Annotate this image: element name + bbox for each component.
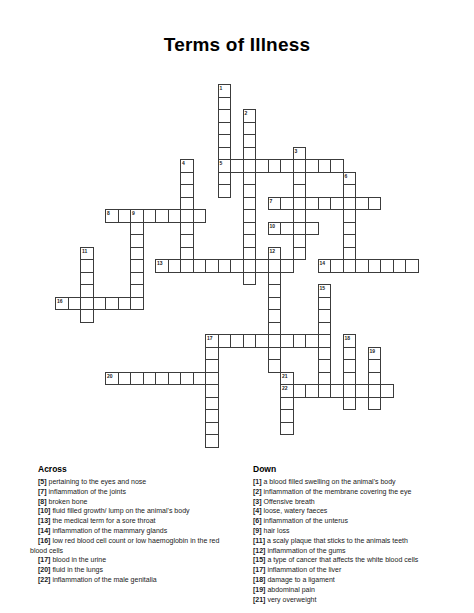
grid-cell[interactable] (343, 222, 357, 236)
grid-cell[interactable] (305, 334, 319, 348)
grid-cell[interactable] (180, 184, 194, 198)
grid-cell[interactable] (318, 384, 332, 398)
grid-cell[interactable] (118, 372, 132, 386)
grid-cell[interactable] (168, 209, 182, 223)
grid-cell[interactable] (118, 297, 132, 311)
grid-cell[interactable] (218, 97, 232, 111)
grid-cell[interactable]: 21 (280, 372, 294, 386)
grid-cell[interactable] (80, 309, 94, 323)
grid-cell[interactable] (343, 197, 357, 211)
grid-cell[interactable] (380, 384, 394, 398)
grid-cell[interactable] (280, 334, 294, 348)
grid-cell[interactable] (193, 372, 207, 386)
grid-cell[interactable] (130, 247, 144, 261)
grid-cell[interactable] (205, 422, 219, 436)
grid-cell[interactable] (230, 259, 244, 273)
grid-cell[interactable] (143, 372, 157, 386)
grid-cell[interactable]: 14 (318, 259, 332, 273)
grid-cell[interactable]: 16 (55, 297, 69, 311)
grid-cell[interactable] (368, 384, 382, 398)
grid-cell[interactable] (355, 259, 369, 273)
grid-cell[interactable] (355, 384, 369, 398)
clue-number-label: 19 (370, 348, 376, 354)
clue-item: [1] a blood filled swelling on the anima… (245, 477, 471, 487)
clue-number: [8] (38, 498, 47, 505)
grid-cell[interactable] (330, 384, 344, 398)
grid-cell[interactable] (243, 172, 257, 186)
grid-cell[interactable] (268, 322, 282, 336)
grid-cell[interactable] (318, 159, 332, 173)
grid-cell[interactable] (318, 347, 332, 361)
grid-cell[interactable] (293, 334, 307, 348)
down-header: Down (253, 464, 471, 474)
grid-cell[interactable] (343, 359, 357, 373)
grid-cell[interactable] (318, 372, 332, 386)
clue-number-label: 21 (282, 373, 288, 379)
grid-cell[interactable] (268, 284, 282, 298)
grid-cell[interactable] (218, 109, 232, 123)
grid-cell[interactable] (343, 234, 357, 248)
clue-number-label: 18 (345, 335, 351, 341)
grid-cell[interactable] (330, 159, 344, 173)
clue-number-label: 15 (320, 285, 326, 291)
grid-cell[interactable] (80, 272, 94, 286)
clue-item: [17] inflammation of the liver (245, 565, 471, 575)
grid-cell[interactable] (130, 222, 144, 236)
grid-cell[interactable] (180, 259, 194, 273)
grid-cell[interactable]: 8 (105, 209, 119, 223)
grid-cell[interactable] (205, 434, 219, 448)
grid-cell[interactable] (305, 197, 319, 211)
grid-cell[interactable]: 3 (293, 147, 307, 161)
clue-number-label: 4 (182, 160, 185, 166)
crossword-grid: 12345678910111213141516171819202122 (55, 84, 419, 448)
clue-number: [7] (38, 488, 47, 495)
grid-cell[interactable] (268, 347, 282, 361)
clue-item: [4] loose, watery faeces (245, 506, 471, 516)
grid-cell[interactable]: 12 (268, 247, 282, 261)
grid-cell[interactable] (280, 409, 294, 423)
grid-cell[interactable] (243, 272, 257, 286)
grid-cell[interactable] (293, 209, 307, 223)
grid-cell[interactable]: 9 (130, 209, 144, 223)
grid-cell[interactable] (268, 272, 282, 286)
clue-number: [17] (253, 566, 265, 573)
grid-cell[interactable] (205, 409, 219, 423)
clue-number: [12] (253, 547, 265, 554)
clue-number-label: 9 (132, 210, 135, 216)
grid-cell[interactable] (268, 259, 282, 273)
clue-number: [17] (38, 556, 50, 563)
grid-cell[interactable]: 17 (205, 334, 219, 348)
grid-cell[interactable] (130, 234, 144, 248)
clue-item: [6] inflammation of the unterus (245, 516, 471, 526)
grid-cell[interactable] (343, 259, 357, 273)
grid-cell[interactable] (343, 347, 357, 361)
clue-number-label: 8 (107, 210, 110, 216)
grid-cell[interactable] (380, 259, 394, 273)
clue-item: [21] very overweight (245, 595, 471, 605)
clue-number: [14] (38, 527, 50, 534)
grid-cell[interactable] (255, 159, 269, 173)
clue-number-label: 6 (345, 173, 348, 179)
grid-cell[interactable] (243, 334, 257, 348)
clue-item: [18] damage to a ligament (245, 575, 471, 585)
clue-item: [8] broken bone (30, 497, 234, 507)
clue-number-label: 3 (295, 148, 298, 154)
grid-cell[interactable] (143, 209, 157, 223)
grid-cell[interactable]: 5 (218, 159, 232, 173)
clue-number: [19] (253, 586, 265, 593)
grid-cell[interactable] (130, 297, 144, 311)
grid-cell[interactable]: 4 (180, 159, 194, 173)
clue-number: [1] (253, 478, 262, 485)
grid-cell[interactable] (268, 297, 282, 311)
clue-number-label: 10 (270, 223, 276, 229)
grid-cell[interactable] (293, 172, 307, 186)
grid-cell[interactable] (218, 172, 232, 186)
grid-cell[interactable] (243, 184, 257, 198)
clue-number: [10] (38, 507, 50, 514)
grid-cell[interactable] (155, 209, 169, 223)
grid-cell[interactable] (205, 372, 219, 386)
grid-cell[interactable] (230, 159, 244, 173)
grid-cell[interactable] (205, 259, 219, 273)
clue-number: [21] (253, 596, 265, 603)
clue-item: [14] inflammation of the mammary glands (30, 526, 234, 536)
clue-number: [4] (253, 507, 262, 514)
clue-number-label: 5 (220, 160, 223, 166)
clue-number-label: 22 (282, 385, 288, 391)
clue-item: [3] Offensive breath (245, 497, 471, 507)
clue-number: [5] (38, 478, 47, 485)
grid-cell[interactable] (293, 384, 307, 398)
grid-cell[interactable] (180, 372, 194, 386)
across-clues-list: [5] pertaining to the eyes and nose[7] i… (30, 477, 234, 585)
grid-cell[interactable] (243, 209, 257, 223)
grid-cell[interactable] (243, 234, 257, 248)
grid-cell[interactable] (105, 297, 119, 311)
grid-cell[interactable] (218, 334, 232, 348)
grid-cell[interactable]: 13 (155, 259, 169, 273)
grid-cell[interactable] (243, 259, 257, 273)
grid-cell[interactable] (243, 134, 257, 148)
grid-cell[interactable] (293, 159, 307, 173)
grid-cell[interactable]: 19 (368, 347, 382, 361)
grid-cell[interactable] (268, 334, 282, 348)
clue-number-label: 12 (270, 248, 276, 254)
grid-cell[interactable] (318, 322, 332, 336)
grid-cell[interactable] (130, 372, 144, 386)
grid-cell[interactable] (343, 372, 357, 386)
grid-cell[interactable] (168, 259, 182, 273)
clue-item: [19] abdominal pain (245, 585, 471, 595)
clue-item: [20] fluid in the lungs (30, 565, 234, 575)
grid-cell[interactable]: 20 (105, 372, 119, 386)
grid-cell[interactable] (280, 397, 294, 411)
grid-cell[interactable] (155, 372, 169, 386)
grid-cell[interactable] (343, 209, 357, 223)
down-clues-column: Down [1] a blood filled swelling on the … (245, 464, 471, 604)
grid-cell[interactable] (68, 297, 82, 311)
clue-number: [22] (38, 576, 50, 583)
grid-cell[interactable]: 6 (343, 172, 357, 186)
grid-cell[interactable] (243, 247, 257, 261)
grid-cell[interactable] (355, 197, 369, 211)
grid-cell[interactable] (243, 197, 257, 211)
grid-cell[interactable]: 1 (218, 84, 232, 98)
clue-number: [2] (253, 488, 262, 495)
grid-cell[interactable] (180, 234, 194, 248)
clue-number-label: 16 (57, 298, 63, 304)
grid-cell[interactable] (293, 197, 307, 211)
grid-cell[interactable] (218, 147, 232, 161)
grid-cell[interactable] (80, 259, 94, 273)
clue-number-label: 13 (157, 260, 163, 266)
grid-cell[interactable]: 22 (280, 384, 294, 398)
clue-item: [12] inflammation of the gums (245, 546, 471, 556)
grid-cell[interactable] (368, 197, 382, 211)
clue-number: [11] (253, 537, 265, 544)
down-clues-list: [1] a blood filled swelling on the anima… (245, 477, 471, 604)
grid-cell[interactable] (255, 334, 269, 348)
clue-item: [10] fluid filled growth/ lump on the an… (30, 506, 234, 516)
grid-cell[interactable] (193, 209, 207, 223)
grid-cell[interactable] (80, 297, 94, 311)
grid-cell[interactable] (280, 159, 294, 173)
grid-cell[interactable] (318, 359, 332, 373)
grid-cell[interactable] (93, 297, 107, 311)
grid-cell[interactable] (318, 334, 332, 348)
across-header: Across (38, 464, 234, 474)
clue-number-label: 7 (270, 198, 273, 204)
clue-number: [16] (38, 537, 50, 544)
grid-cell[interactable] (368, 372, 382, 386)
clue-number: [3] (253, 498, 262, 505)
grid-cell[interactable] (305, 222, 319, 236)
grid-cell[interactable] (318, 297, 332, 311)
clue-item: [9] hair loss (245, 526, 471, 536)
grid-cell[interactable] (280, 222, 294, 236)
grid-cell[interactable] (218, 134, 232, 148)
grid-cell[interactable] (193, 259, 207, 273)
grid-cell[interactable] (280, 422, 294, 436)
grid-cell[interactable] (343, 397, 357, 411)
grid-cell[interactable]: 10 (268, 222, 282, 236)
clue-number-label: 17 (207, 335, 213, 341)
grid-cell[interactable] (343, 384, 357, 398)
grid-cell[interactable] (205, 359, 219, 373)
clue-number: [13] (38, 517, 50, 524)
clue-number: [18] (253, 576, 265, 583)
grid-cell[interactable]: 11 (80, 247, 94, 261)
grid-cell[interactable] (330, 197, 344, 211)
clue-number: [20] (38, 566, 50, 573)
clue-item: [16] low red blood cell count or low hae… (30, 536, 234, 556)
grid-cell[interactable] (305, 384, 319, 398)
clue-number-label: 2 (245, 110, 248, 116)
clue-number: [9] (253, 527, 262, 534)
grid-cell[interactable] (230, 334, 244, 348)
grid-cell[interactable] (368, 397, 382, 411)
grid-cell[interactable] (293, 234, 307, 248)
clue-item: [13] the medical term for a sore throat (30, 516, 234, 526)
grid-cell[interactable]: 2 (243, 109, 257, 123)
across-clues-column: Across [5] pertaining to the eyes and no… (30, 464, 234, 585)
clue-item: [17] blood in the urine (30, 555, 234, 565)
grid-cell[interactable] (118, 209, 132, 223)
grid-cell[interactable] (343, 184, 357, 198)
grid-cell[interactable] (168, 372, 182, 386)
clue-number: [15] (253, 556, 265, 563)
grid-cell[interactable] (318, 197, 332, 211)
puzzle-title: Terms of Illness (0, 34, 474, 56)
grid-cell[interactable] (280, 259, 294, 273)
grid-cell[interactable] (293, 184, 307, 198)
clue-item: [5] pertaining to the eyes and nose (30, 477, 234, 487)
grid-cell[interactable] (330, 259, 344, 273)
grid-cell[interactable] (130, 272, 144, 286)
grid-cell[interactable] (205, 384, 219, 398)
grid-cell[interactable]: 7 (268, 197, 282, 211)
grid-cell[interactable] (243, 147, 257, 161)
grid-cell[interactable]: 18 (343, 334, 357, 348)
clue-item: [15] a type of cancer that affects the w… (245, 555, 471, 565)
grid-cell[interactable]: 15 (318, 284, 332, 298)
grid-cell[interactable] (218, 259, 232, 273)
clue-number-label: 11 (82, 248, 87, 254)
grid-cell[interactable] (343, 247, 357, 261)
grid-cell[interactable] (368, 359, 382, 373)
grid-cell[interactable] (268, 309, 282, 323)
grid-cell[interactable] (180, 172, 194, 186)
grid-cell[interactable] (180, 222, 194, 236)
grid-cell[interactable] (393, 259, 407, 273)
grid-cell[interactable] (180, 247, 194, 261)
clue-number-label: 20 (107, 373, 113, 379)
clue-number-label: 1 (220, 85, 223, 91)
grid-cell[interactable] (268, 159, 282, 173)
grid-cell[interactable] (318, 309, 332, 323)
grid-cell[interactable] (80, 284, 94, 298)
grid-cell[interactable] (218, 184, 232, 198)
grid-cell[interactable] (405, 259, 419, 273)
grid-cell[interactable] (205, 397, 219, 411)
grid-cell[interactable] (218, 122, 232, 136)
grid-cell[interactable] (293, 247, 307, 261)
grid-cell[interactable] (243, 222, 257, 236)
clue-number-label: 14 (320, 260, 326, 266)
clue-number: [6] (253, 517, 262, 524)
grid-cell[interactable] (293, 222, 307, 236)
grid-cell[interactable] (305, 159, 319, 173)
grid-cell[interactable] (243, 122, 257, 136)
clues-section: Across [5] pertaining to the eyes and no… (0, 464, 474, 613)
clue-item: [2] inflammation of the membrane coverin… (245, 487, 471, 497)
grid-cell[interactable] (205, 347, 219, 361)
grid-cell[interactable] (180, 197, 194, 211)
grid-cell[interactable] (255, 259, 269, 273)
clue-item: [7] inflammation of the joints (30, 487, 234, 497)
grid-cell[interactable] (180, 209, 194, 223)
clue-item: [11] a scaly plaque that sticks to the a… (245, 536, 471, 546)
grid-cell[interactable] (280, 197, 294, 211)
grid-cell[interactable] (130, 284, 144, 298)
grid-cell[interactable] (268, 359, 282, 373)
grid-cell[interactable] (130, 259, 144, 273)
grid-cell[interactable] (243, 159, 257, 173)
grid-cell[interactable] (368, 259, 382, 273)
clue-item: [22] inflammation of the male genitalia (30, 575, 234, 585)
